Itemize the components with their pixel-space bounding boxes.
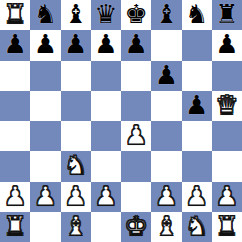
white-pawn-piece[interactable]: ♟ xyxy=(34,183,57,209)
white-bishop-piece[interactable]: ♝ xyxy=(155,213,178,239)
square-b1[interactable] xyxy=(30,212,60,242)
square-a8[interactable]: ♜ xyxy=(0,0,30,30)
black-knight-piece[interactable]: ♞ xyxy=(34,1,57,27)
square-h5[interactable]: ♛ xyxy=(212,91,242,121)
square-a5[interactable] xyxy=(0,91,30,121)
square-c2[interactable]: ♟ xyxy=(61,182,91,212)
white-knight-piece[interactable]: ♞ xyxy=(185,213,208,239)
square-g2[interactable]: ♟ xyxy=(182,182,212,212)
white-pawn-piece[interactable]: ♟ xyxy=(215,183,238,209)
white-rook-piece[interactable]: ♜ xyxy=(215,213,238,239)
square-e1[interactable]: ♚ xyxy=(121,212,151,242)
black-pawn-piece[interactable]: ♟ xyxy=(215,31,238,57)
chess-board-container: ♜♞♝♛♚♝♞♜♟♟♟♟♟♟♟♟♛♟♞♟♟♟♟♟♟♟♜♝♚♝♞♜ xyxy=(0,0,242,242)
square-b3[interactable] xyxy=(30,151,60,181)
square-h1[interactable]: ♜ xyxy=(212,212,242,242)
square-g3[interactable] xyxy=(182,151,212,181)
white-knight-piece[interactable]: ♞ xyxy=(64,152,87,178)
square-h3[interactable] xyxy=(212,151,242,181)
white-pawn-piece[interactable]: ♟ xyxy=(124,122,147,148)
black-queen-piece[interactable]: ♛ xyxy=(94,1,117,27)
black-bishop-piece[interactable]: ♝ xyxy=(64,1,87,27)
black-pawn-piece[interactable]: ♟ xyxy=(124,31,147,57)
square-e4[interactable]: ♟ xyxy=(121,121,151,151)
square-a4[interactable] xyxy=(0,121,30,151)
square-b2[interactable]: ♟ xyxy=(30,182,60,212)
black-pawn-piece[interactable]: ♟ xyxy=(3,31,26,57)
square-d6[interactable] xyxy=(91,61,121,91)
square-f1[interactable]: ♝ xyxy=(151,212,181,242)
square-h8[interactable]: ♜ xyxy=(212,0,242,30)
white-pawn-piece[interactable]: ♟ xyxy=(155,183,178,209)
square-g8[interactable]: ♞ xyxy=(182,0,212,30)
square-a6[interactable] xyxy=(0,61,30,91)
square-f8[interactable]: ♝ xyxy=(151,0,181,30)
square-d4[interactable] xyxy=(91,121,121,151)
black-bishop-piece[interactable]: ♝ xyxy=(155,1,178,27)
square-b7[interactable]: ♟ xyxy=(30,30,60,60)
square-e7[interactable]: ♟ xyxy=(121,30,151,60)
square-f4[interactable] xyxy=(151,121,181,151)
white-king-piece[interactable]: ♚ xyxy=(124,213,147,239)
square-e3[interactable] xyxy=(121,151,151,181)
square-h7[interactable]: ♟ xyxy=(212,30,242,60)
white-pawn-piece[interactable]: ♟ xyxy=(64,183,87,209)
square-a3[interactable] xyxy=(0,151,30,181)
square-d3[interactable] xyxy=(91,151,121,181)
white-rook-piece[interactable]: ♜ xyxy=(3,1,26,27)
square-c3[interactable]: ♞ xyxy=(61,151,91,181)
square-h6[interactable] xyxy=(212,61,242,91)
square-c6[interactable] xyxy=(61,61,91,91)
square-b4[interactable] xyxy=(30,121,60,151)
square-f6[interactable]: ♟ xyxy=(151,61,181,91)
black-pawn-piece[interactable]: ♟ xyxy=(64,31,87,57)
white-pawn-piece[interactable]: ♟ xyxy=(94,183,117,209)
square-g6[interactable] xyxy=(182,61,212,91)
square-e5[interactable] xyxy=(121,91,151,121)
square-c4[interactable] xyxy=(61,121,91,151)
square-d7[interactable]: ♟ xyxy=(91,30,121,60)
square-f5[interactable] xyxy=(151,91,181,121)
square-h2[interactable]: ♟ xyxy=(212,182,242,212)
square-b6[interactable] xyxy=(30,61,60,91)
black-rook-piece[interactable]: ♜ xyxy=(215,1,238,27)
square-b5[interactable] xyxy=(30,91,60,121)
white-pawn-piece[interactable]: ♟ xyxy=(185,183,208,209)
square-f7[interactable] xyxy=(151,30,181,60)
black-pawn-piece[interactable]: ♟ xyxy=(185,92,208,118)
square-f2[interactable]: ♟ xyxy=(151,182,181,212)
square-a7[interactable]: ♟ xyxy=(0,30,30,60)
square-c7[interactable]: ♟ xyxy=(61,30,91,60)
black-king-piece[interactable]: ♚ xyxy=(124,1,147,27)
square-e2[interactable] xyxy=(121,182,151,212)
square-d8[interactable]: ♛ xyxy=(91,0,121,30)
square-g1[interactable]: ♞ xyxy=(182,212,212,242)
square-b8[interactable]: ♞ xyxy=(30,0,60,30)
white-queen-piece[interactable]: ♛ xyxy=(215,92,238,118)
square-d1[interactable] xyxy=(91,212,121,242)
black-pawn-piece[interactable]: ♟ xyxy=(34,31,57,57)
black-knight-piece[interactable]: ♞ xyxy=(185,1,208,27)
square-e6[interactable] xyxy=(121,61,151,91)
square-g4[interactable] xyxy=(182,121,212,151)
square-e8[interactable]: ♚ xyxy=(121,0,151,30)
square-a1[interactable]: ♜ xyxy=(0,212,30,242)
square-c8[interactable]: ♝ xyxy=(61,0,91,30)
square-a2[interactable]: ♟ xyxy=(0,182,30,212)
black-pawn-piece[interactable]: ♟ xyxy=(94,31,117,57)
chess-board: ♜♞♝♛♚♝♞♜♟♟♟♟♟♟♟♟♛♟♞♟♟♟♟♟♟♟♜♝♚♝♞♜ xyxy=(0,0,242,242)
white-pawn-piece[interactable]: ♟ xyxy=(3,183,26,209)
square-h4[interactable] xyxy=(212,121,242,151)
square-d5[interactable] xyxy=(91,91,121,121)
square-g5[interactable]: ♟ xyxy=(182,91,212,121)
white-bishop-piece[interactable]: ♝ xyxy=(64,213,87,239)
square-g7[interactable] xyxy=(182,30,212,60)
white-rook-piece[interactable]: ♜ xyxy=(3,213,26,239)
square-d2[interactable]: ♟ xyxy=(91,182,121,212)
black-pawn-piece[interactable]: ♟ xyxy=(155,62,178,88)
square-c5[interactable] xyxy=(61,91,91,121)
square-f3[interactable] xyxy=(151,151,181,181)
square-c1[interactable]: ♝ xyxy=(61,212,91,242)
